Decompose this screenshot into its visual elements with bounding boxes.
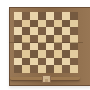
board-square xyxy=(70,58,78,66)
board-square xyxy=(54,58,62,66)
board-square xyxy=(46,50,54,58)
board-square xyxy=(22,12,30,20)
board-square xyxy=(38,43,46,51)
board-square xyxy=(30,43,38,51)
board-square xyxy=(62,12,70,20)
board-square xyxy=(46,27,54,35)
board-square xyxy=(30,65,38,73)
board-square xyxy=(54,12,62,20)
board-square xyxy=(14,35,22,43)
board-square xyxy=(46,43,54,51)
board-square xyxy=(54,43,62,51)
board-square xyxy=(54,27,62,35)
board-square xyxy=(70,35,78,43)
board-square xyxy=(14,12,22,20)
board-square xyxy=(54,35,62,43)
photo-background xyxy=(0,0,90,90)
board-square xyxy=(30,35,38,43)
board-square xyxy=(38,35,46,43)
board-square xyxy=(22,65,30,73)
board-square xyxy=(14,27,22,35)
board-square xyxy=(14,58,22,66)
board-square xyxy=(62,65,70,73)
board-square xyxy=(38,20,46,28)
board-square xyxy=(62,27,70,35)
board-square xyxy=(54,65,62,73)
board-square xyxy=(22,35,30,43)
board-square xyxy=(62,20,70,28)
board-square xyxy=(30,50,38,58)
board-square xyxy=(38,27,46,35)
board-square xyxy=(38,50,46,58)
board-square xyxy=(70,20,78,28)
board-square xyxy=(30,58,38,66)
board-square xyxy=(22,50,30,58)
board-square xyxy=(54,50,62,58)
board-square xyxy=(46,65,54,73)
board-square xyxy=(46,58,54,66)
board-square xyxy=(70,65,78,73)
board-square xyxy=(70,27,78,35)
chess-board-grid xyxy=(14,12,78,73)
board-square xyxy=(14,65,22,73)
brass-clasp xyxy=(42,75,51,83)
board-square xyxy=(46,20,54,28)
board-square xyxy=(70,50,78,58)
board-square xyxy=(46,12,54,20)
board-square xyxy=(30,12,38,20)
board-square xyxy=(30,20,38,28)
clasp-pin xyxy=(45,79,48,82)
board-square xyxy=(70,12,78,20)
board-square xyxy=(30,27,38,35)
board-square xyxy=(62,58,70,66)
board-square xyxy=(22,20,30,28)
board-square xyxy=(22,58,30,66)
board-square xyxy=(62,35,70,43)
board-square xyxy=(38,12,46,20)
board-square xyxy=(62,50,70,58)
board-square xyxy=(22,27,30,35)
board-square xyxy=(46,35,54,43)
board-square xyxy=(62,43,70,51)
board-square xyxy=(54,20,62,28)
board-square xyxy=(14,43,22,51)
board-square xyxy=(38,58,46,66)
board-square xyxy=(22,43,30,51)
board-square xyxy=(14,50,22,58)
board-square xyxy=(38,65,46,73)
board-square xyxy=(14,20,22,28)
board-square xyxy=(70,43,78,51)
